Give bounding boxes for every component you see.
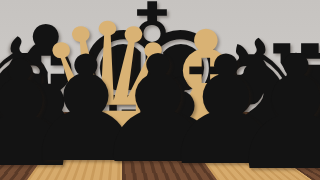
black-pawn-5: ♟ (225, 34, 320, 180)
chess-set-photo: ♞♝♚♛♝♞♜♟♟♟♟♟♟ (0, 0, 320, 180)
